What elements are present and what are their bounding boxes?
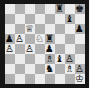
square-c2[interactable] <box>25 64 35 74</box>
square-b3[interactable] <box>15 54 25 64</box>
square-f2[interactable] <box>55 64 65 74</box>
square-d3[interactable] <box>35 54 45 64</box>
square-g1[interactable] <box>65 74 75 84</box>
square-b5[interactable]: ♙ <box>15 34 25 44</box>
white-piece-p-h2: ♙ <box>75 64 84 74</box>
square-a2[interactable] <box>5 64 15 74</box>
chess-board: ♜♚♝♕♟♟♙♘♜♙♙♟♗♝♙♞♗♙♔ <box>5 4 85 84</box>
square-g8[interactable] <box>65 4 75 14</box>
square-h7[interactable] <box>75 14 85 24</box>
square-c3[interactable] <box>25 54 35 64</box>
white-piece-q-c6: ♕ <box>25 24 34 34</box>
square-d2[interactable] <box>35 64 45 74</box>
square-f5[interactable] <box>55 34 65 44</box>
square-a1[interactable] <box>5 74 15 84</box>
square-f8[interactable]: ♜ <box>55 4 65 14</box>
square-c8[interactable] <box>25 4 35 14</box>
white-piece-p-b5: ♙ <box>15 34 24 44</box>
square-d6[interactable] <box>35 24 45 34</box>
square-a8[interactable] <box>5 4 15 14</box>
black-piece-p-a5: ♟ <box>5 34 14 44</box>
black-piece-b-g7: ♝ <box>65 14 74 24</box>
square-h1[interactable]: ♔ <box>75 74 85 84</box>
black-piece-r-e5: ♜ <box>45 34 54 44</box>
square-c7[interactable] <box>25 14 35 24</box>
square-c6[interactable]: ♕ <box>25 24 35 34</box>
square-g6[interactable] <box>65 24 75 34</box>
square-g5[interactable] <box>65 34 75 44</box>
white-piece-p-c4: ♙ <box>25 44 34 54</box>
square-b6[interactable] <box>15 24 25 34</box>
black-piece-p-e4: ♟ <box>45 44 54 54</box>
square-d1[interactable] <box>35 74 45 84</box>
black-piece-k-h8: ♚ <box>75 4 84 14</box>
square-a5[interactable]: ♟ <box>5 34 15 44</box>
square-h4[interactable] <box>75 44 85 54</box>
square-c1[interactable] <box>25 74 35 84</box>
square-c4[interactable]: ♙ <box>25 44 35 54</box>
square-b8[interactable] <box>15 4 25 14</box>
black-piece-n-e2: ♞ <box>45 64 54 74</box>
square-f3[interactable]: ♝ <box>55 54 65 64</box>
square-f1[interactable] <box>55 74 65 84</box>
white-piece-b-g2: ♗ <box>65 64 74 74</box>
square-h3[interactable] <box>75 54 85 64</box>
square-f7[interactable] <box>55 14 65 24</box>
white-piece-p-g3: ♙ <box>65 54 74 64</box>
square-b1[interactable] <box>15 74 25 84</box>
square-b7[interactable] <box>15 14 25 24</box>
square-b4[interactable] <box>15 44 25 54</box>
square-f6[interactable] <box>55 24 65 34</box>
square-f4[interactable] <box>55 44 65 54</box>
square-e3[interactable]: ♗ <box>45 54 55 64</box>
square-e8[interactable] <box>45 4 55 14</box>
square-h6[interactable]: ♟ <box>75 24 85 34</box>
square-g7[interactable]: ♝ <box>65 14 75 24</box>
square-a4[interactable]: ♙ <box>5 44 15 54</box>
square-h8[interactable]: ♚ <box>75 4 85 14</box>
square-g4[interactable] <box>65 44 75 54</box>
square-g2[interactable]: ♗ <box>65 64 75 74</box>
square-c5[interactable] <box>25 34 35 44</box>
square-g3[interactable]: ♙ <box>65 54 75 64</box>
white-piece-p-a4: ♙ <box>5 44 14 54</box>
square-e4[interactable]: ♟ <box>45 44 55 54</box>
square-d7[interactable] <box>35 14 45 24</box>
black-piece-p-h6: ♟ <box>75 24 84 34</box>
square-a3[interactable] <box>5 54 15 64</box>
white-piece-k-h1: ♔ <box>75 74 84 84</box>
board-frame: ♜♚♝♕♟♟♙♘♜♙♙♟♗♝♙♞♗♙♔ <box>0 0 90 88</box>
square-b2[interactable] <box>15 64 25 74</box>
white-piece-n-d5: ♘ <box>35 34 44 44</box>
square-e2[interactable]: ♞ <box>45 64 55 74</box>
square-e5[interactable]: ♜ <box>45 34 55 44</box>
square-h2[interactable]: ♙ <box>75 64 85 74</box>
square-d8[interactable] <box>35 4 45 14</box>
black-piece-b-f3: ♝ <box>55 54 64 64</box>
square-d5[interactable]: ♘ <box>35 34 45 44</box>
square-e7[interactable] <box>45 14 55 24</box>
black-piece-r-f8: ♜ <box>55 4 64 14</box>
square-a6[interactable] <box>5 24 15 34</box>
square-d4[interactable] <box>35 44 45 54</box>
square-e6[interactable] <box>45 24 55 34</box>
white-piece-b-e3: ♗ <box>45 54 54 64</box>
square-a7[interactable] <box>5 14 15 24</box>
square-e1[interactable] <box>45 74 55 84</box>
square-h5[interactable] <box>75 34 85 44</box>
